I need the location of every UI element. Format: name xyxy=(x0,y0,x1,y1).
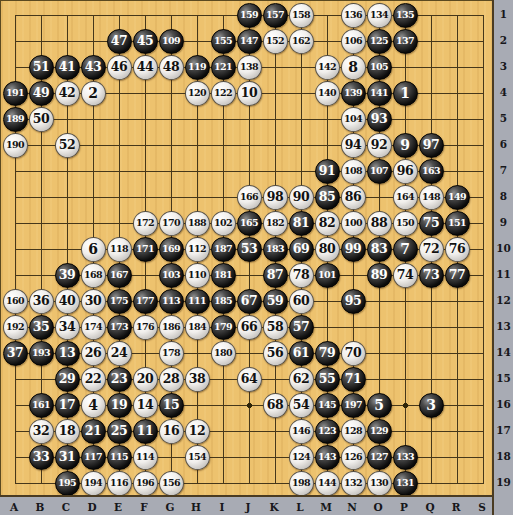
black-stone: 185 xyxy=(211,289,236,314)
stone-move-number: 62 xyxy=(293,373,309,386)
stone-move-number: 56 xyxy=(267,347,283,360)
board-point-D12: 30 xyxy=(80,288,106,314)
row-label-17: 17 xyxy=(494,423,513,437)
white-stone: 174 xyxy=(81,315,106,340)
board-point-H15: 38 xyxy=(184,366,210,392)
board-point-C4: 42 xyxy=(54,80,80,106)
white-stone: 44 xyxy=(133,55,158,80)
board-point-I3: 121 xyxy=(210,54,236,80)
board-point-L17: 146 xyxy=(288,418,314,444)
white-stone: 20 xyxy=(133,367,158,392)
board-point-N4: 139 xyxy=(340,80,366,106)
board-point-H13: 184 xyxy=(184,314,210,340)
white-stone: 144 xyxy=(315,471,340,496)
board-point-L10: 69 xyxy=(288,236,314,262)
stone-move-number: 39 xyxy=(59,269,75,282)
stone-move-number: 42 xyxy=(59,87,75,100)
black-stone: 3 xyxy=(419,393,444,418)
white-stone: 12 xyxy=(185,419,210,444)
white-stone: 24 xyxy=(107,341,132,366)
stone-move-number: 181 xyxy=(214,270,232,280)
white-stone: 58 xyxy=(263,315,288,340)
board-point-P18: 133 xyxy=(392,444,418,470)
board-point-A6: 190 xyxy=(2,132,28,158)
board-point-N5: 104 xyxy=(340,106,366,132)
board-point-M11: 101 xyxy=(314,262,340,288)
board-point-E13: 173 xyxy=(106,314,132,340)
black-stone: 181 xyxy=(211,263,236,288)
go-kifu-diagram: 1234567891011121314151617181920212223242… xyxy=(0,0,513,515)
board-point-M19: 144 xyxy=(314,470,340,496)
black-stone: 31 xyxy=(55,445,80,470)
stone-move-number: 12 xyxy=(189,425,205,438)
stone-move-number: 58 xyxy=(267,321,283,334)
board-point-M4: 140 xyxy=(314,80,340,106)
stone-move-number: 34 xyxy=(59,321,75,334)
board-point-B16: 161 xyxy=(28,392,54,418)
white-stone: 36 xyxy=(29,289,54,314)
black-stone: 145 xyxy=(315,393,340,418)
black-stone: 155 xyxy=(211,29,236,54)
stone-move-number: 98 xyxy=(267,191,283,204)
board-point-P19: 131 xyxy=(392,470,418,496)
stone-move-number: 78 xyxy=(293,269,309,282)
black-stone: 57 xyxy=(289,315,314,340)
stone-move-number: 130 xyxy=(370,478,388,488)
stone-move-number: 125 xyxy=(370,36,388,46)
board-point-L1: 158 xyxy=(288,2,314,28)
black-stone: 179 xyxy=(211,315,236,340)
black-stone: 51 xyxy=(29,55,54,80)
board-point-N16: 197 xyxy=(340,392,366,418)
row-label-15: 15 xyxy=(494,371,513,385)
stone-move-number: 136 xyxy=(344,10,362,20)
stone-move-number: 147 xyxy=(240,36,258,46)
board-point-G15: 28 xyxy=(158,366,184,392)
white-stone: 54 xyxy=(289,393,314,418)
black-stone: 49 xyxy=(29,81,54,106)
board-point-E15: 23 xyxy=(106,366,132,392)
black-stone: 177 xyxy=(133,289,158,314)
white-stone: 114 xyxy=(133,445,158,470)
stone-move-number: 40 xyxy=(59,295,75,308)
stone-move-number: 155 xyxy=(214,36,232,46)
white-stone: 98 xyxy=(263,185,288,210)
white-stone: 88 xyxy=(367,211,392,236)
white-stone: 136 xyxy=(341,3,366,28)
black-stone: 193 xyxy=(29,341,54,366)
board-point-E10: 118 xyxy=(106,236,132,262)
white-stone: 138 xyxy=(237,55,262,80)
stone-move-number: 105 xyxy=(370,62,388,72)
white-stone: 70 xyxy=(341,341,366,366)
row-label-11: 11 xyxy=(494,267,513,281)
white-stone: 172 xyxy=(133,211,158,236)
black-stone: 29 xyxy=(55,367,80,392)
stone-move-number: 160 xyxy=(6,296,24,306)
black-stone: 83 xyxy=(367,237,392,262)
board-point-A12: 160 xyxy=(2,288,28,314)
board-point-J4: 10 xyxy=(236,80,262,106)
row-label-14: 14 xyxy=(494,345,513,359)
stone-move-number: 5 xyxy=(374,398,384,412)
board-point-E18: 115 xyxy=(106,444,132,470)
board-point-B5: 50 xyxy=(28,106,54,132)
stone-move-number: 168 xyxy=(84,270,102,280)
white-stone: 10 xyxy=(237,81,262,106)
stone-move-number: 182 xyxy=(266,218,284,228)
black-stone: 11 xyxy=(133,419,158,444)
board-point-I9: 102 xyxy=(210,210,236,236)
stone-move-number: 37 xyxy=(7,347,23,360)
stone-move-number: 179 xyxy=(214,322,232,332)
stone-move-number: 197 xyxy=(344,400,362,410)
white-stone: 32 xyxy=(29,419,54,444)
row-label-12: 12 xyxy=(494,293,513,307)
board-point-D19: 194 xyxy=(80,470,106,496)
row-label-6: 6 xyxy=(494,137,513,151)
board-point-D15: 22 xyxy=(80,366,106,392)
board-point-N3: 8 xyxy=(340,54,366,80)
row-label-2: 2 xyxy=(494,33,513,47)
stone-move-number: 139 xyxy=(344,88,362,98)
white-stone: 154 xyxy=(185,445,210,470)
board-point-M8: 85 xyxy=(314,184,340,210)
black-stone: 159 xyxy=(237,3,262,28)
board-point-G14: 178 xyxy=(158,340,184,366)
white-stone: 158 xyxy=(289,3,314,28)
white-stone: 164 xyxy=(393,185,418,210)
white-stone: 198 xyxy=(289,471,314,496)
board-point-M18: 143 xyxy=(314,444,340,470)
stone-move-number: 132 xyxy=(344,478,362,488)
stone-move-number: 13 xyxy=(59,347,75,360)
board-point-D16: 4 xyxy=(80,392,106,418)
stone-move-number: 144 xyxy=(318,478,336,488)
stone-move-number: 67 xyxy=(241,295,257,308)
board-point-R8: 149 xyxy=(444,184,470,210)
stone-move-number: 103 xyxy=(162,270,180,280)
white-stone: 96 xyxy=(393,159,418,184)
stone-move-number: 143 xyxy=(318,452,336,462)
stone-move-number: 169 xyxy=(162,244,180,254)
board-point-N1: 136 xyxy=(340,2,366,28)
stone-move-number: 93 xyxy=(371,113,387,126)
stone-move-number: 112 xyxy=(188,244,206,254)
board-point-L13: 57 xyxy=(288,314,314,340)
board-point-Q9: 75 xyxy=(418,210,444,236)
stone-move-number: 117 xyxy=(84,452,102,462)
board-point-C6: 52 xyxy=(54,132,80,158)
stone-move-number: 188 xyxy=(188,218,206,228)
row-label-16: 16 xyxy=(494,397,513,411)
stone-move-number: 113 xyxy=(162,296,180,306)
board-point-N7: 108 xyxy=(340,158,366,184)
black-stone: 117 xyxy=(81,445,106,470)
board-point-K9: 182 xyxy=(262,210,288,236)
board-point-D18: 117 xyxy=(80,444,106,470)
board-point-K10: 183 xyxy=(262,236,288,262)
stone-move-number: 29 xyxy=(59,373,75,386)
stone-move-number: 107 xyxy=(370,166,388,176)
board-point-E16: 19 xyxy=(106,392,132,418)
black-stone: 53 xyxy=(237,237,262,262)
black-stone: 23 xyxy=(107,367,132,392)
white-stone: 50 xyxy=(29,107,54,132)
stone-move-number: 19 xyxy=(111,399,127,412)
board-point-O2: 125 xyxy=(366,28,392,54)
stone-move-number: 11 xyxy=(137,425,153,438)
stone-move-number: 80 xyxy=(319,243,335,256)
board-point-B17: 32 xyxy=(28,418,54,444)
board-point-N14: 70 xyxy=(340,340,366,366)
white-stone: 78 xyxy=(289,263,314,288)
white-stone: 196 xyxy=(133,471,158,496)
stone-move-number: 171 xyxy=(136,244,154,254)
board-point-O5: 93 xyxy=(366,106,392,132)
stone-move-number: 150 xyxy=(396,218,414,228)
stone-move-number: 55 xyxy=(319,373,335,386)
row-label-7: 7 xyxy=(494,163,513,177)
stone-move-number: 73 xyxy=(423,269,439,282)
stone-move-number: 174 xyxy=(84,322,102,332)
white-stone: 38 xyxy=(185,367,210,392)
board-point-C15: 29 xyxy=(54,366,80,392)
stone-move-number: 177 xyxy=(136,296,154,306)
black-stone: 195 xyxy=(55,471,80,496)
stone-move-number: 95 xyxy=(345,295,361,308)
stone-move-number: 121 xyxy=(214,62,232,72)
black-stone: 25 xyxy=(107,419,132,444)
stone-move-number: 115 xyxy=(110,452,128,462)
stone-move-number: 79 xyxy=(319,347,335,360)
stone-move-number: 15 xyxy=(163,399,179,412)
stone-move-number: 87 xyxy=(267,269,283,282)
white-stone: 140 xyxy=(315,81,340,106)
stone-move-number: 77 xyxy=(449,269,465,282)
stone-move-number: 97 xyxy=(423,139,439,152)
black-stone: 93 xyxy=(367,107,392,132)
stone-move-number: 38 xyxy=(189,373,205,386)
board-point-L2: 162 xyxy=(288,28,314,54)
white-stone: 42 xyxy=(55,81,80,106)
stone-move-number: 33 xyxy=(33,451,49,464)
board-point-M15: 55 xyxy=(314,366,340,392)
stone-move-number: 175 xyxy=(110,296,128,306)
stone-move-number: 185 xyxy=(214,296,232,306)
stone-move-number: 69 xyxy=(293,243,309,256)
stone-move-number: 165 xyxy=(240,218,258,228)
board-point-O3: 105 xyxy=(366,54,392,80)
row-label-8: 8 xyxy=(494,189,513,203)
board-point-I4: 122 xyxy=(210,80,236,106)
board-point-F17: 11 xyxy=(132,418,158,444)
black-stone: 135 xyxy=(393,3,418,28)
stone-move-number: 60 xyxy=(293,295,309,308)
white-stone: 132 xyxy=(341,471,366,496)
black-stone: 89 xyxy=(367,263,392,288)
white-stone: 26 xyxy=(81,341,106,366)
board-point-J2: 147 xyxy=(236,28,262,54)
white-stone: 8 xyxy=(341,55,366,80)
black-stone: 1 xyxy=(393,81,418,106)
stone-move-number: 161 xyxy=(32,400,50,410)
black-stone: 133 xyxy=(393,445,418,470)
board-point-C12: 40 xyxy=(54,288,80,314)
board-point-E17: 25 xyxy=(106,418,132,444)
stone-move-number: 66 xyxy=(241,321,257,334)
board-point-L12: 60 xyxy=(288,288,314,314)
board-point-G11: 103 xyxy=(158,262,184,288)
stone-move-number: 151 xyxy=(448,218,466,228)
white-stone: 130 xyxy=(367,471,392,496)
board-point-C14: 13 xyxy=(54,340,80,366)
board-point-I10: 187 xyxy=(210,236,236,262)
stone-move-number: 148 xyxy=(422,192,440,202)
stone-move-number: 154 xyxy=(188,452,206,462)
black-stone: 73 xyxy=(419,263,444,288)
stone-move-number: 32 xyxy=(33,425,49,438)
white-stone: 102 xyxy=(211,211,236,236)
stone-move-number: 74 xyxy=(397,269,413,282)
board-point-M10: 80 xyxy=(314,236,340,262)
column-label-P: P xyxy=(391,500,417,514)
black-stone: 119 xyxy=(185,55,210,80)
stone-move-number: 146 xyxy=(292,426,310,436)
stone-move-number: 128 xyxy=(344,426,362,436)
stone-move-number: 124 xyxy=(292,452,310,462)
stone-move-number: 50 xyxy=(33,113,49,126)
board-point-J12: 67 xyxy=(236,288,262,314)
stone-move-number: 159 xyxy=(240,10,258,20)
stone-move-number: 137 xyxy=(396,36,414,46)
board-point-E11: 167 xyxy=(106,262,132,288)
board-point-K13: 58 xyxy=(262,314,288,340)
stone-move-number: 183 xyxy=(266,244,284,254)
board-point-N17: 128 xyxy=(340,418,366,444)
stone-move-number: 114 xyxy=(136,452,154,462)
board-point-O9: 88 xyxy=(366,210,392,236)
board-point-G17: 16 xyxy=(158,418,184,444)
white-stone: 170 xyxy=(159,211,184,236)
black-stone: 79 xyxy=(315,341,340,366)
stone-move-number: 156 xyxy=(162,478,180,488)
black-stone: 171 xyxy=(133,237,158,262)
board-point-G12: 113 xyxy=(158,288,184,314)
board-point-A5: 189 xyxy=(2,106,28,132)
black-stone: 173 xyxy=(107,315,132,340)
board-point-N2: 106 xyxy=(340,28,366,54)
stone-move-number: 111 xyxy=(188,296,206,306)
column-label-I: I xyxy=(209,500,235,514)
stone-move-number: 31 xyxy=(59,451,75,464)
board-point-M17: 123 xyxy=(314,418,340,444)
white-stone: 142 xyxy=(315,55,340,80)
stone-move-number: 106 xyxy=(344,36,362,46)
stone-move-number: 85 xyxy=(319,191,335,204)
board-point-D13: 174 xyxy=(80,314,106,340)
stone-move-number: 88 xyxy=(371,217,387,230)
white-stone: 22 xyxy=(81,367,106,392)
board-point-P7: 96 xyxy=(392,158,418,184)
stone-move-number: 23 xyxy=(111,373,127,386)
white-stone: 116 xyxy=(107,471,132,496)
white-stone: 194 xyxy=(81,471,106,496)
board-point-C17: 18 xyxy=(54,418,80,444)
board-point-B12: 36 xyxy=(28,288,54,314)
board-point-E3: 46 xyxy=(106,54,132,80)
board-point-G16: 15 xyxy=(158,392,184,418)
stone-move-number: 59 xyxy=(267,295,283,308)
white-stone: 148 xyxy=(419,185,444,210)
black-stone: 13 xyxy=(55,341,80,366)
black-stone: 9 xyxy=(393,133,418,158)
board-point-H12: 111 xyxy=(184,288,210,314)
stone-move-number: 9 xyxy=(400,138,410,152)
stone-move-number: 173 xyxy=(110,322,128,332)
column-label-S: S xyxy=(469,500,495,514)
board-point-K14: 56 xyxy=(262,340,288,366)
stone-move-number: 36 xyxy=(33,295,49,308)
board-point-M16: 145 xyxy=(314,392,340,418)
white-stone: 110 xyxy=(185,263,210,288)
black-stone: 37 xyxy=(3,341,28,366)
board-point-F19: 196 xyxy=(132,470,158,496)
stone-move-number: 35 xyxy=(33,321,49,334)
board-point-D11: 168 xyxy=(80,262,106,288)
board-point-R9: 151 xyxy=(444,210,470,236)
board-point-H10: 112 xyxy=(184,236,210,262)
board-point-O18: 127 xyxy=(366,444,392,470)
board-point-A14: 37 xyxy=(2,340,28,366)
board-point-G13: 186 xyxy=(158,314,184,340)
column-label-B: B xyxy=(27,500,53,514)
board-point-Q16: 3 xyxy=(418,392,444,418)
stone-move-number: 120 xyxy=(188,88,206,98)
stone-move-number: 198 xyxy=(292,478,310,488)
board-point-Q10: 72 xyxy=(418,236,444,262)
row-label-1: 1 xyxy=(494,7,513,21)
stone-move-number: 41 xyxy=(59,61,75,74)
white-stone: 180 xyxy=(211,341,236,366)
black-stone: 5 xyxy=(367,393,392,418)
board-point-F12: 177 xyxy=(132,288,158,314)
black-stone: 91 xyxy=(315,159,340,184)
stone-move-number: 189 xyxy=(6,114,24,124)
board-point-M14: 79 xyxy=(314,340,340,366)
white-stone: 66 xyxy=(237,315,262,340)
stone-move-number: 104 xyxy=(344,114,362,124)
board-point-C13: 34 xyxy=(54,314,80,340)
row-label-18: 18 xyxy=(494,449,513,463)
black-stone: 183 xyxy=(263,237,288,262)
column-label-E: E xyxy=(105,500,131,514)
board-point-J13: 66 xyxy=(236,314,262,340)
stone-move-number: 10 xyxy=(241,87,257,100)
column-label-D: D xyxy=(79,500,105,514)
stone-move-number: 26 xyxy=(85,347,101,360)
board-point-I14: 180 xyxy=(210,340,236,366)
black-stone: 77 xyxy=(445,263,470,288)
stone-move-number: 193 xyxy=(32,348,50,358)
board-point-N8: 86 xyxy=(340,184,366,210)
stone-move-number: 119 xyxy=(188,62,206,72)
black-stone: 87 xyxy=(263,263,288,288)
board-point-F13: 176 xyxy=(132,314,158,340)
stone-move-number: 123 xyxy=(318,426,336,436)
white-stone: 168 xyxy=(81,263,106,288)
board-point-C11: 39 xyxy=(54,262,80,288)
